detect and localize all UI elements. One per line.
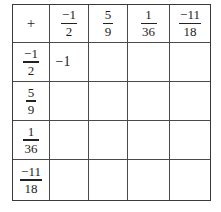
fraction: −1 2 bbox=[62, 8, 76, 38]
fraction-denominator: 9 bbox=[28, 103, 35, 117]
fraction-denominator: 36 bbox=[142, 25, 155, 39]
plus-operator: + bbox=[27, 16, 35, 31]
fraction-numerator: −1 bbox=[62, 8, 76, 22]
cell-r1-c2[interactable] bbox=[89, 43, 127, 81]
fraction-numerator: 1 bbox=[28, 125, 35, 139]
fraction: 1 36 bbox=[142, 8, 155, 38]
cell-r1-c3[interactable] bbox=[128, 43, 169, 81]
fraction: 5 9 bbox=[28, 86, 35, 116]
cell-r2-c4[interactable] bbox=[170, 82, 210, 120]
cell-r3-c3[interactable] bbox=[128, 121, 169, 159]
cell-r4-c1[interactable] bbox=[50, 160, 88, 200]
cell-r2-c2[interactable] bbox=[89, 82, 127, 120]
cell-r3-c4[interactable] bbox=[170, 121, 210, 159]
operator-cell: + bbox=[13, 5, 49, 42]
fraction-denominator: 2 bbox=[66, 25, 73, 39]
cell-r4-c4[interactable] bbox=[170, 160, 210, 200]
fraction-numerator: −11 bbox=[180, 8, 200, 22]
cell-r4-c2[interactable] bbox=[89, 160, 127, 200]
fraction-numerator: −11 bbox=[21, 165, 41, 179]
fraction: 1 36 bbox=[25, 125, 38, 155]
col-header-3: 1 36 bbox=[128, 5, 169, 42]
cell-r1-c4[interactable] bbox=[170, 43, 210, 81]
row-header-1: −1 2 bbox=[13, 43, 49, 81]
fraction: 5 9 bbox=[105, 8, 112, 38]
cell-r1-c1[interactable]: −1 bbox=[50, 43, 88, 81]
row-header-3: 1 36 bbox=[13, 121, 49, 159]
fraction-numerator: 5 bbox=[105, 8, 112, 22]
fraction-denominator: 9 bbox=[105, 25, 112, 39]
fraction-denominator: 2 bbox=[28, 64, 35, 78]
row-header-2: 5 9 bbox=[13, 82, 49, 120]
fraction-denominator: 18 bbox=[183, 25, 196, 39]
fraction-numerator: −1 bbox=[24, 47, 38, 61]
row-header-4: −11 18 bbox=[13, 160, 49, 200]
cell-r3-c2[interactable] bbox=[89, 121, 127, 159]
worksheet: + −1 2 5 9 1 36 −11 bbox=[0, 0, 221, 212]
fraction-denominator: 18 bbox=[24, 182, 37, 196]
cell-r4-c3[interactable] bbox=[128, 160, 169, 200]
fraction: −11 18 bbox=[180, 8, 200, 38]
fraction: −11 18 bbox=[21, 165, 41, 195]
fraction-numerator: 5 bbox=[28, 86, 35, 100]
fraction-numerator: 1 bbox=[145, 8, 152, 22]
cell-r2-c1[interactable] bbox=[50, 82, 88, 120]
col-header-4: −11 18 bbox=[170, 5, 210, 42]
cell-r3-c1[interactable] bbox=[50, 121, 88, 159]
col-header-2: 5 9 bbox=[89, 5, 127, 42]
col-header-1: −1 2 bbox=[50, 5, 88, 42]
cell-r2-c3[interactable] bbox=[128, 82, 169, 120]
addition-table: + −1 2 5 9 1 36 −11 bbox=[12, 4, 211, 201]
fraction: −1 2 bbox=[24, 47, 38, 77]
fraction-denominator: 36 bbox=[25, 142, 38, 156]
cell-value: −1 bbox=[56, 55, 71, 69]
